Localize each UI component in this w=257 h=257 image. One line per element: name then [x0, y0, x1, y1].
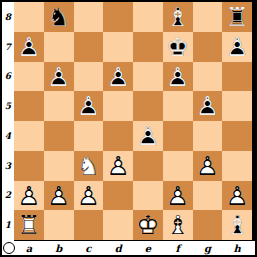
square-e5[interactable]	[133, 91, 163, 121]
square-c2[interactable]: ♟♙	[74, 181, 104, 211]
file-label-b: b	[44, 241, 74, 255]
black-pawn-icon: ♟♙	[44, 62, 74, 92]
rank-label-6: 6	[2, 62, 14, 92]
white-pawn-icon: ♟♙	[74, 181, 104, 211]
square-c6[interactable]	[74, 62, 104, 92]
square-c1[interactable]	[74, 210, 104, 240]
file-label-g: g	[193, 241, 223, 255]
square-d1[interactable]	[103, 210, 133, 240]
square-b3[interactable]	[44, 151, 74, 181]
square-e3[interactable]	[133, 151, 163, 181]
file-labels: abcdefgh	[14, 241, 252, 255]
square-b1[interactable]	[44, 210, 74, 240]
white-king-icon: ♚♔	[133, 210, 163, 240]
square-g6[interactable]	[193, 62, 223, 92]
rank-label-1: 1	[2, 210, 14, 240]
rank-label-3: 3	[2, 151, 14, 181]
white-rook-icon: ♜♖	[14, 210, 44, 240]
black-rook-icon: ♜♖	[222, 2, 252, 32]
black-pawn-icon: ♟♙	[163, 62, 193, 92]
square-b8[interactable]: ♞♘	[44, 2, 74, 32]
square-g3[interactable]: ♟♙	[193, 151, 223, 181]
file-label-a: a	[14, 241, 44, 255]
square-h6[interactable]	[222, 62, 252, 92]
black-bishop-icon: ♝♗	[222, 210, 252, 240]
white-pawn-icon: ♟♙	[163, 181, 193, 211]
square-b5[interactable]	[44, 91, 74, 121]
square-a8[interactable]	[14, 2, 44, 32]
white-pawn-icon: ♟♙	[14, 181, 44, 211]
white-pawn-icon: ♟♙	[44, 181, 74, 211]
square-g5[interactable]: ♟♙	[193, 91, 223, 121]
chess-board: ♞♘♝♗♜♖♟♙♚♔♟♙♟♙♟♙♟♙♟♙♟♙♟♙♞♘♟♙♟♙♟♙♟♙♟♙♟♙♟♙…	[14, 2, 255, 241]
white-pawn-icon: ♟♙	[222, 181, 252, 211]
black-pawn-icon: ♟♙	[14, 32, 44, 62]
square-h5[interactable]	[222, 91, 252, 121]
square-b7[interactable]	[44, 32, 74, 62]
black-pawn-icon: ♟♙	[133, 121, 163, 151]
black-pawn-icon: ♟♙	[193, 91, 223, 121]
rank-label-5: 5	[2, 91, 14, 121]
square-b4[interactable]	[44, 121, 74, 151]
square-g2[interactable]	[193, 181, 223, 211]
square-f6[interactable]: ♟♙	[163, 62, 193, 92]
square-a6[interactable]	[14, 62, 44, 92]
black-pawn-icon: ♟♙	[103, 62, 133, 92]
black-knight-icon: ♞♘	[44, 2, 74, 32]
square-c5[interactable]: ♟♙	[74, 91, 104, 121]
white-bishop-icon: ♝♗	[163, 210, 193, 240]
square-b6[interactable]: ♟♙	[44, 62, 74, 92]
square-f8[interactable]: ♝♗	[163, 2, 193, 32]
white-pawn-icon: ♟♙	[193, 151, 223, 181]
black-king-icon: ♚♔	[163, 32, 193, 62]
square-g1[interactable]	[193, 210, 223, 240]
square-a5[interactable]	[14, 91, 44, 121]
square-f1[interactable]: ♝♗	[163, 210, 193, 240]
square-d6[interactable]: ♟♙	[103, 62, 133, 92]
square-d2[interactable]	[103, 181, 133, 211]
square-f3[interactable]	[163, 151, 193, 181]
white-to-move-indicator	[3, 242, 15, 254]
square-a4[interactable]	[14, 121, 44, 151]
rank-label-4: 4	[2, 121, 14, 151]
file-label-e: e	[133, 241, 163, 255]
square-e6[interactable]	[133, 62, 163, 92]
square-h4[interactable]	[222, 121, 252, 151]
square-d4[interactable]	[103, 121, 133, 151]
square-e4[interactable]: ♟♙	[133, 121, 163, 151]
square-h8[interactable]: ♜♖	[222, 2, 252, 32]
square-d3[interactable]: ♟♙	[103, 151, 133, 181]
square-c8[interactable]	[74, 2, 104, 32]
square-f5[interactable]	[163, 91, 193, 121]
file-label-f: f	[163, 241, 193, 255]
square-c7[interactable]	[74, 32, 104, 62]
square-h7[interactable]: ♟♙	[222, 32, 252, 62]
square-h1[interactable]: ♝♗	[222, 210, 252, 240]
rank-label-7: 7	[2, 32, 14, 62]
square-e7[interactable]	[133, 32, 163, 62]
square-a1[interactable]: ♜♖	[14, 210, 44, 240]
square-h3[interactable]	[222, 151, 252, 181]
square-d7[interactable]	[103, 32, 133, 62]
square-g7[interactable]	[193, 32, 223, 62]
square-b2[interactable]: ♟♙	[44, 181, 74, 211]
file-label-d: d	[103, 241, 133, 255]
square-f7[interactable]: ♚♔	[163, 32, 193, 62]
square-c4[interactable]	[74, 121, 104, 151]
rank-labels: 87654321	[2, 2, 14, 240]
rank-label-8: 8	[2, 2, 14, 32]
black-bishop-icon: ♝♗	[163, 2, 193, 32]
square-e8[interactable]	[133, 2, 163, 32]
square-f4[interactable]	[163, 121, 193, 151]
square-a2[interactable]: ♟♙	[14, 181, 44, 211]
black-pawn-icon: ♟♙	[74, 91, 104, 121]
square-g4[interactable]	[193, 121, 223, 151]
file-label-h: h	[222, 241, 252, 255]
rank-label-2: 2	[2, 181, 14, 211]
square-a7[interactable]: ♟♙	[14, 32, 44, 62]
square-h2[interactable]: ♟♙	[222, 181, 252, 211]
white-knight-icon: ♞♘	[74, 151, 104, 181]
square-g8[interactable]	[193, 2, 223, 32]
black-pawn-icon: ♟♙	[222, 32, 252, 62]
square-e2[interactable]	[133, 181, 163, 211]
square-c3[interactable]: ♞♘	[74, 151, 104, 181]
chess-diagram: 87654321 ♞♘♝♗♜♖♟♙♚♔♟♙♟♙♟♙♟♙♟♙♟♙♟♙♞♘♟♙♟♙♟…	[0, 0, 257, 257]
white-pawn-icon: ♟♙	[103, 151, 133, 181]
square-d8[interactable]	[103, 2, 133, 32]
file-label-c: c	[74, 241, 104, 255]
square-f2[interactable]: ♟♙	[163, 181, 193, 211]
square-a3[interactable]	[14, 151, 44, 181]
square-d5[interactable]	[103, 91, 133, 121]
square-e1[interactable]: ♚♔	[133, 210, 163, 240]
